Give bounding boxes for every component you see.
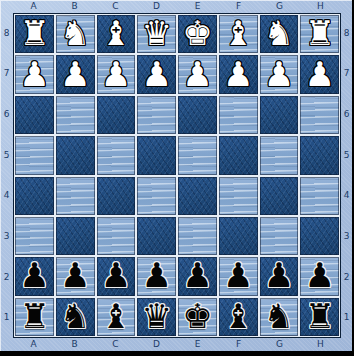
white-pawn[interactable]: ♟	[19, 57, 49, 91]
rank-label-right-4: 4	[344, 191, 350, 200]
square-g6[interactable]	[260, 96, 299, 134]
rank-label-left-8: 8	[4, 29, 10, 38]
file-label-top-h: H	[317, 2, 324, 11]
file-label-bottom-g: G	[276, 340, 283, 349]
file-labels-top: ABCDEFGH	[13, 0, 341, 13]
square-c3[interactable]	[97, 217, 136, 255]
file-label-top-g: G	[276, 2, 283, 11]
rank-label-left-4: 4	[4, 191, 10, 200]
square-e5[interactable]	[178, 136, 217, 174]
white-knight[interactable]: ♞	[264, 16, 294, 50]
file-label-bottom-f: F	[236, 340, 241, 349]
square-h2[interactable]: ♟	[300, 257, 339, 295]
black-king[interactable]: ♚	[182, 299, 212, 333]
square-a4[interactable]	[15, 177, 54, 215]
rank-label-left-7: 7	[4, 69, 10, 78]
square-b2[interactable]: ♟	[56, 257, 95, 295]
square-g1[interactable]: ♞	[260, 298, 299, 336]
square-e7[interactable]: ♟	[178, 55, 217, 93]
square-f2[interactable]: ♟	[219, 257, 258, 295]
file-label-bottom-d: D	[153, 340, 160, 349]
file-label-bottom-a: A	[30, 340, 36, 349]
black-pawn[interactable]: ♟	[60, 258, 90, 292]
square-d8[interactable]: ♛	[137, 15, 176, 53]
rank-label-left-3: 3	[4, 232, 10, 241]
rank-label-right-8: 8	[344, 29, 350, 38]
square-g5[interactable]	[260, 136, 299, 174]
square-d1[interactable]: ♛	[137, 298, 176, 336]
black-bishop[interactable]: ♝	[223, 299, 253, 333]
square-a7[interactable]: ♟	[15, 55, 54, 93]
square-a3[interactable]	[15, 217, 54, 255]
white-pawn[interactable]: ♟	[182, 57, 212, 91]
bottom-edge-strip	[0, 351, 354, 356]
file-label-top-e: E	[195, 2, 201, 11]
square-g8[interactable]: ♞	[260, 15, 299, 53]
white-bishop[interactable]: ♝	[223, 16, 253, 50]
file-label-top-a: A	[30, 2, 36, 11]
white-rook[interactable]: ♜	[304, 16, 334, 50]
file-label-top-d: D	[153, 2, 160, 11]
square-h5[interactable]	[300, 136, 339, 174]
white-rook[interactable]: ♜	[19, 16, 49, 50]
white-pawn[interactable]: ♟	[60, 57, 90, 91]
white-knight[interactable]: ♞	[60, 16, 90, 50]
file-label-bottom-c: C	[112, 340, 118, 349]
frame-corner-bottom-right	[341, 338, 352, 351]
square-f5[interactable]	[219, 136, 258, 174]
white-king[interactable]: ♚	[182, 16, 212, 50]
square-b4[interactable]	[56, 177, 95, 215]
file-label-top-f: F	[236, 2, 241, 11]
black-pawn[interactable]: ♟	[101, 258, 131, 292]
black-rook[interactable]: ♜	[19, 299, 49, 333]
rank-label-left-5: 5	[4, 151, 10, 160]
black-queen[interactable]: ♛	[141, 299, 171, 333]
white-pawn[interactable]: ♟	[264, 57, 294, 91]
square-h6[interactable]	[300, 96, 339, 134]
square-c4[interactable]	[97, 177, 136, 215]
rank-label-left-6: 6	[4, 110, 10, 119]
white-pawn[interactable]: ♟	[304, 57, 334, 91]
square-d5[interactable]	[137, 136, 176, 174]
black-pawn[interactable]: ♟	[223, 258, 253, 292]
rank-label-right-5: 5	[344, 151, 350, 160]
square-e4[interactable]	[178, 177, 217, 215]
square-b6[interactable]	[56, 96, 95, 134]
rank-label-left-1: 1	[4, 313, 10, 322]
square-c6[interactable]	[97, 96, 136, 134]
rank-label-right-7: 7	[344, 69, 350, 78]
frame-corner-top-left	[0, 0, 13, 13]
file-label-bottom-h: H	[317, 340, 324, 349]
square-e2[interactable]: ♟	[178, 257, 217, 295]
square-a2[interactable]: ♟	[15, 257, 54, 295]
square-d4[interactable]	[137, 177, 176, 215]
square-e3[interactable]	[178, 217, 217, 255]
black-pawn[interactable]: ♟	[141, 258, 171, 292]
black-pawn[interactable]: ♟	[264, 258, 294, 292]
file-label-top-c: C	[112, 2, 118, 11]
square-b1[interactable]: ♞	[56, 298, 95, 336]
square-a1[interactable]: ♜	[15, 298, 54, 336]
frame-corner-top-right	[341, 0, 352, 13]
black-rook[interactable]: ♜	[304, 299, 334, 333]
square-g7[interactable]: ♟	[260, 55, 299, 93]
rank-labels-right: 87654321	[341, 13, 352, 338]
square-b5[interactable]	[56, 136, 95, 174]
chess-board-window: ABCDEFGH 87654321 ♜♞♝♛♚♝♞♜♟♟♟♟♟♟♟♟♟♟♟♟♟♟…	[0, 0, 354, 356]
black-pawn[interactable]: ♟	[19, 258, 49, 292]
white-pawn[interactable]: ♟	[101, 57, 131, 91]
square-d6[interactable]	[137, 96, 176, 134]
square-b7[interactable]: ♟	[56, 55, 95, 93]
rank-labels-left: 87654321	[0, 13, 13, 338]
rank-label-right-1: 1	[344, 313, 350, 322]
board: ♜♞♝♛♚♝♞♜♟♟♟♟♟♟♟♟♟♟♟♟♟♟♟♟♜♞♝♛♚♝♞♜	[13, 13, 341, 338]
square-f8[interactable]: ♝	[219, 15, 258, 53]
square-f7[interactable]: ♟	[219, 55, 258, 93]
file-label-bottom-b: B	[71, 340, 77, 349]
square-a6[interactable]	[15, 96, 54, 134]
square-e6[interactable]	[178, 96, 217, 134]
square-e8[interactable]: ♚	[178, 15, 217, 53]
frame-corner-bottom-left	[0, 338, 13, 351]
rank-label-right-3: 3	[344, 232, 350, 241]
square-f4[interactable]	[219, 177, 258, 215]
white-bishop[interactable]: ♝	[101, 16, 131, 50]
square-h4[interactable]	[300, 177, 339, 215]
black-pawn[interactable]: ♟	[304, 258, 334, 292]
square-g2[interactable]: ♟	[260, 257, 299, 295]
square-d7[interactable]: ♟	[137, 55, 176, 93]
square-c5[interactable]	[97, 136, 136, 174]
square-f6[interactable]	[219, 96, 258, 134]
square-e1[interactable]: ♚	[178, 298, 217, 336]
file-label-top-b: B	[71, 2, 77, 11]
black-pawn[interactable]: ♟	[182, 258, 212, 292]
file-label-bottom-e: E	[195, 340, 201, 349]
square-b8[interactable]: ♞	[56, 15, 95, 53]
black-knight[interactable]: ♞	[264, 299, 294, 333]
rank-label-right-2: 2	[344, 273, 350, 282]
square-d3[interactable]	[137, 217, 176, 255]
square-d2[interactable]: ♟	[137, 257, 176, 295]
square-c8[interactable]: ♝	[97, 15, 136, 53]
white-queen[interactable]: ♛	[141, 16, 171, 50]
square-h1[interactable]: ♜	[300, 298, 339, 336]
white-pawn[interactable]: ♟	[141, 57, 171, 91]
square-a5[interactable]	[15, 136, 54, 174]
square-c7[interactable]: ♟	[97, 55, 136, 93]
square-b3[interactable]	[56, 217, 95, 255]
board-frame: ABCDEFGH 87654321 ♜♞♝♛♚♝♞♜♟♟♟♟♟♟♟♟♟♟♟♟♟♟…	[0, 0, 352, 351]
square-h8[interactable]: ♜	[300, 15, 339, 53]
white-pawn[interactable]: ♟	[223, 57, 253, 91]
square-c2[interactable]: ♟	[97, 257, 136, 295]
square-g4[interactable]	[260, 177, 299, 215]
rank-label-left-2: 2	[4, 273, 10, 282]
square-f1[interactable]: ♝	[219, 298, 258, 336]
black-knight[interactable]: ♞	[60, 299, 90, 333]
black-bishop[interactable]: ♝	[101, 299, 131, 333]
square-h7[interactable]: ♟	[300, 55, 339, 93]
square-f3[interactable]	[219, 217, 258, 255]
square-g3[interactable]	[260, 217, 299, 255]
square-h3[interactable]	[300, 217, 339, 255]
file-labels-bottom: ABCDEFGH	[13, 338, 341, 351]
square-a8[interactable]: ♜	[15, 15, 54, 53]
square-c1[interactable]: ♝	[97, 298, 136, 336]
rank-label-right-6: 6	[344, 110, 350, 119]
